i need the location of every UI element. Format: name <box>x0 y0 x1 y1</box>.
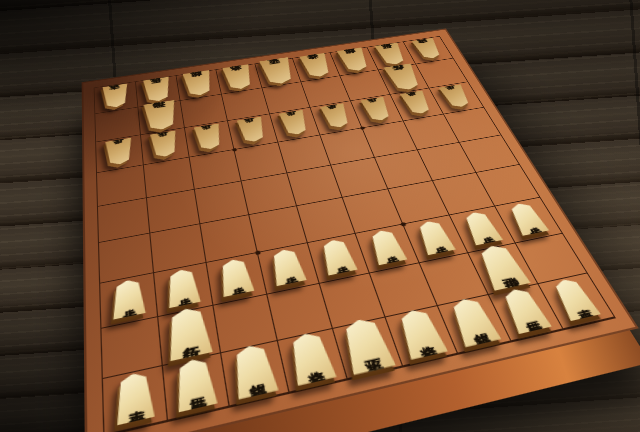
piece-body: 金将 <box>221 64 255 91</box>
piece-kanji-label: 金将 <box>414 333 429 336</box>
piece-body: 桂馬 <box>142 77 173 104</box>
piece-kanji-label: 歩兵 <box>450 95 460 97</box>
scene: 香車桂馬銀将金将玉将金将銀将桂馬香車飛車角行歩兵歩兵歩兵歩兵歩兵歩兵歩兵歩兵歩兵… <box>0 0 640 432</box>
piece-kanji-label: 角行 <box>180 333 197 337</box>
photo-stage: 香車桂馬銀将金将玉将金将銀将桂馬香車飛車角行歩兵歩兵歩兵歩兵歩兵歩兵歩兵歩兵歩兵… <box>0 0 640 432</box>
piece-top-face: 角行 <box>164 304 214 361</box>
piece-sente-pawn-9g[interactable]: 歩兵 <box>111 277 147 320</box>
piece-kanji-label: 王将 <box>359 345 376 349</box>
piece-kanji-label: 歩兵 <box>159 142 170 144</box>
piece-kanji-label: 銀将 <box>246 370 262 374</box>
piece-kanji-label: 歩兵 <box>522 219 533 221</box>
piece-kanji-label: 歩兵 <box>176 288 189 291</box>
piece-gote-pawn-9c[interactable]: 歩兵 <box>105 137 135 166</box>
piece-kanji-label: 銀将 <box>467 321 482 324</box>
piece-kanji-label: 歩兵 <box>246 128 257 130</box>
piece-body: 桂馬 <box>172 355 218 412</box>
piece-kanji-label: 歩兵 <box>122 298 136 301</box>
piece-body: 飛車 <box>143 100 180 133</box>
piece-gote-lance-9a[interactable]: 香車 <box>102 83 130 109</box>
piece-body: 香車 <box>102 83 130 109</box>
piece-kanji-label: 歩兵 <box>371 107 381 109</box>
piece-kanji-label: 桂馬 <box>187 384 203 388</box>
piece-gote-pawn-8c[interactable]: 歩兵 <box>150 130 180 159</box>
piece-gote-rook-8b[interactable]: 飛車 <box>143 100 180 133</box>
piece-kanji-label: 香車 <box>127 397 143 401</box>
piece-kanji-label: 飛車 <box>496 266 511 269</box>
piece-sente-lance-9i[interactable]: 香車 <box>114 369 156 425</box>
piece-sente-knight-8i[interactable]: 桂馬 <box>172 355 218 412</box>
piece-kanji-label: 歩兵 <box>430 237 442 239</box>
piece-kanji-label: 歩兵 <box>381 247 393 249</box>
piece-body: 歩兵 <box>164 267 201 309</box>
piece-body: 銀将 <box>182 70 215 98</box>
piece-kanji-label: 金将 <box>310 64 321 66</box>
piece-gote-silver-7a[interactable]: 銀将 <box>182 70 215 98</box>
piece-kanji-label: 歩兵 <box>114 150 125 152</box>
piece-top-face: 歩兵 <box>193 123 224 151</box>
piece-kanji-label: 歩兵 <box>203 135 214 137</box>
piece-sente-pawn-7g[interactable]: 歩兵 <box>217 257 256 298</box>
piece-kanji-label: 桂馬 <box>152 88 163 90</box>
piece-kanji-label: 金将 <box>304 357 320 361</box>
piece-kanji-label: 歩兵 <box>411 101 421 103</box>
piece-body: 歩兵 <box>150 130 180 159</box>
piece-gote-knight-8a[interactable]: 桂馬 <box>142 77 173 104</box>
piece-kanji-label: 玉将 <box>271 69 283 71</box>
piece-gote-gold-6a[interactable]: 金将 <box>221 64 255 91</box>
piece-sente-pawn-8g[interactable]: 歩兵 <box>164 267 201 309</box>
piece-body: 香車 <box>114 369 156 425</box>
piece-kanji-label: 香車 <box>422 47 431 48</box>
piece-kanji-label: 香車 <box>110 94 121 96</box>
piece-kanji-label: 香車 <box>569 299 582 302</box>
piece-kanji-label: 桂馬 <box>385 53 395 55</box>
piece-kanji-label: 歩兵 <box>230 277 243 280</box>
piece-kanji-label: 金将 <box>232 75 243 77</box>
piece-top-face: 歩兵 <box>111 277 147 320</box>
piece-gote-pawn-7c[interactable]: 歩兵 <box>193 123 224 151</box>
piece-sente-bishop-8h[interactable]: 角行 <box>164 304 214 361</box>
piece-body: 歩兵 <box>193 123 224 151</box>
piece-body: 歩兵 <box>105 137 135 166</box>
piece-body: 歩兵 <box>217 257 256 298</box>
piece-kanji-label: 飛車 <box>154 113 167 115</box>
piece-kanji-label: 銀将 <box>348 58 358 60</box>
piece-body: 歩兵 <box>111 277 147 320</box>
piece-kanji-label: 銀将 <box>192 82 203 84</box>
piece-top-face: 金将 <box>221 64 255 91</box>
piece-body: 角行 <box>164 304 214 361</box>
piece-kanji-label: 歩兵 <box>477 228 489 230</box>
piece-kanji-label: 歩兵 <box>281 267 294 270</box>
piece-top-face: 香車 <box>114 369 156 425</box>
piece-kanji-label: 角行 <box>397 75 408 77</box>
piece-top-face: 歩兵 <box>164 267 201 309</box>
piece-kanji-label: 歩兵 <box>332 257 344 260</box>
piece-kanji-label: 桂馬 <box>519 310 533 313</box>
piece-kanji-label: 歩兵 <box>289 121 299 123</box>
piece-kanji-label: 歩兵 <box>330 114 340 116</box>
piece-top-face: 銀将 <box>182 70 215 98</box>
